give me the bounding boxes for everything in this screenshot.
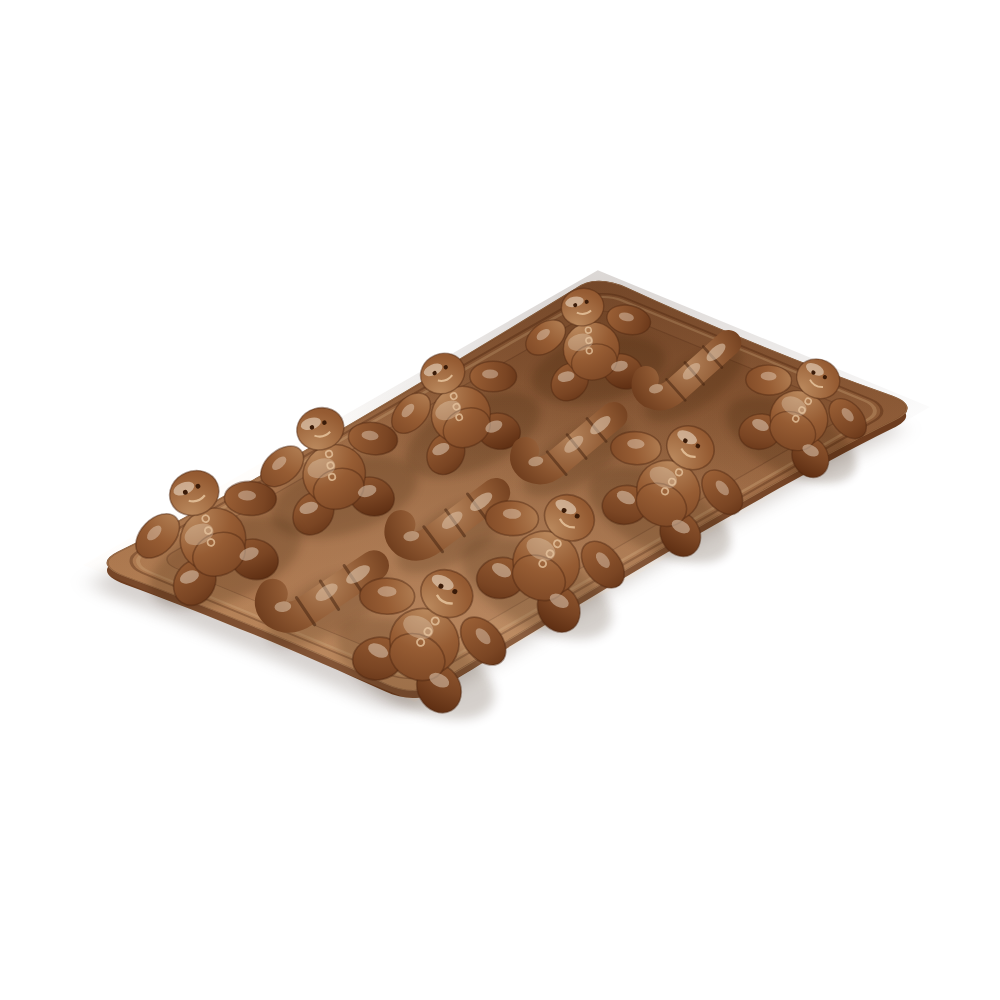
product-photo: [0, 0, 1000, 1000]
chocolate-mold-photo: [0, 0, 1000, 1000]
